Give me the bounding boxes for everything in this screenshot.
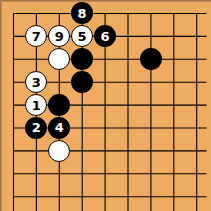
intersection-3-3 [71, 71, 94, 94]
intersection-4-1: 6 [94, 25, 117, 48]
intersection-1-4: 1 [25, 94, 48, 117]
intersection-1-3: 3 [25, 71, 48, 94]
stone-white-move-9: 9 [48, 25, 70, 47]
stone-white-move-3: 3 [25, 71, 47, 93]
stone-white [48, 140, 70, 162]
intersection-1-5: 2 [25, 116, 48, 139]
intersection-2-5: 4 [48, 116, 71, 139]
go-diagram: 879563124 [0, 0, 211, 211]
intersection-3-1: 5 [71, 25, 94, 48]
intersection-2-1: 9 [48, 25, 71, 48]
stone-white-move-7: 7 [25, 25, 47, 47]
stone-black [140, 48, 162, 70]
stone-white-move-5: 5 [71, 25, 93, 47]
stone-black [48, 94, 70, 116]
intersection-1-1: 7 [25, 25, 48, 48]
intersection-2-6 [48, 139, 71, 162]
stone-black-move-2: 2 [25, 117, 47, 139]
intersection-3-2 [71, 48, 94, 71]
board-border-left [0, 0, 2, 211]
stone-black-move-8: 8 [71, 2, 93, 24]
stone-white [48, 48, 70, 70]
stone-black-move-4: 4 [48, 117, 70, 139]
board-border-top [0, 0, 211, 2]
stones-layer: 879563124 [2, 2, 208, 208]
stone-black [71, 71, 93, 93]
stone-white-move-1: 1 [25, 94, 47, 116]
stone-black [71, 48, 93, 70]
go-board: 879563124 [0, 0, 211, 211]
intersection-2-2 [48, 48, 71, 71]
stone-black-move-6: 6 [94, 25, 116, 47]
intersection-6-2 [139, 48, 162, 71]
intersection-3-0: 8 [71, 2, 94, 25]
intersection-2-4 [48, 94, 71, 117]
